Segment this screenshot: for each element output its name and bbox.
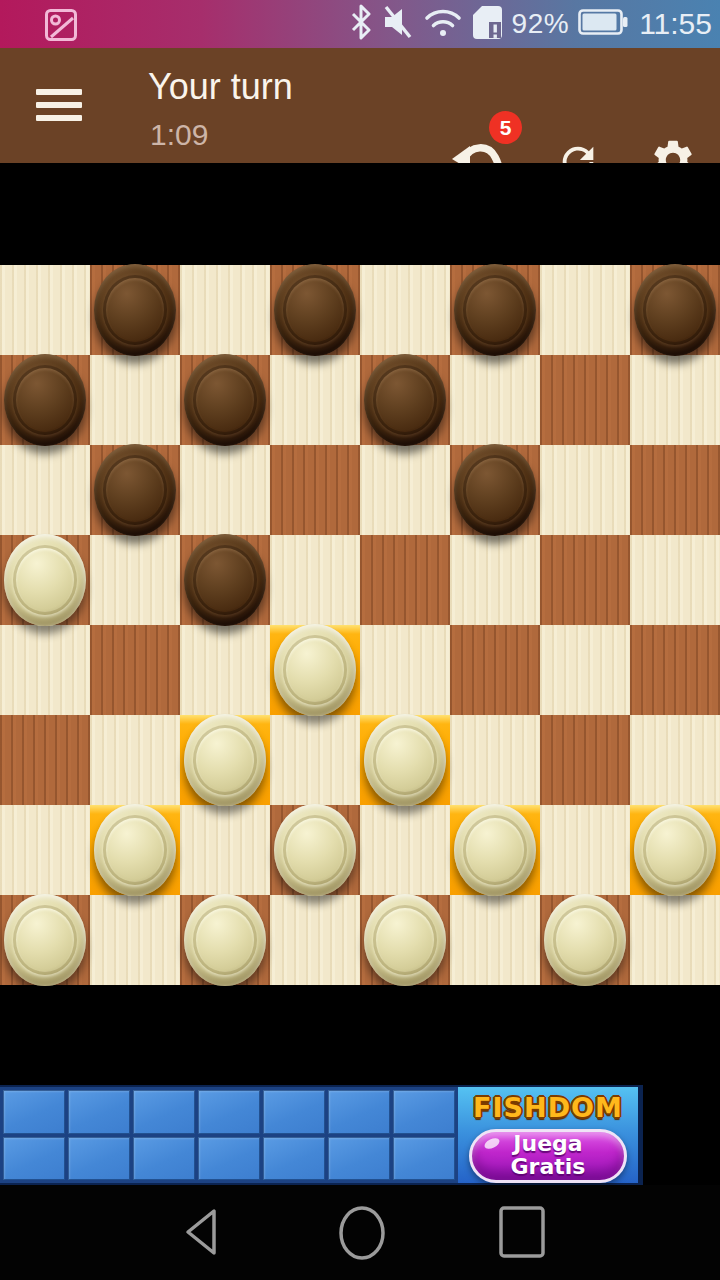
square-r2c6 — [450, 355, 540, 445]
square-r4c5[interactable] — [360, 535, 450, 625]
light-piece[interactable] — [274, 804, 356, 896]
ad-game-grid — [0, 1087, 458, 1183]
ad-right-panel: FISHDOM Juega Gratis — [458, 1087, 638, 1183]
android-nav-bar — [0, 1185, 720, 1280]
dark-piece[interactable] — [634, 264, 716, 356]
ad-banner[interactable]: FISHDOM Juega Gratis — [0, 1085, 643, 1185]
ad-grid-tile — [263, 1090, 325, 1134]
square-r8c4 — [270, 895, 360, 985]
square-r7c6[interactable] — [450, 805, 540, 895]
ad-grid-tile — [393, 1137, 455, 1181]
square-r2c7[interactable] — [540, 355, 630, 445]
board — [0, 265, 720, 985]
dark-piece[interactable] — [274, 264, 356, 356]
square-r5c1 — [0, 625, 90, 715]
square-r8c5[interactable] — [360, 895, 450, 985]
square-r2c4 — [270, 355, 360, 445]
square-r6c3[interactable] — [180, 715, 270, 805]
square-r5c5 — [360, 625, 450, 715]
ad-grid-tile — [263, 1137, 325, 1181]
bluetooth-icon — [349, 4, 373, 44]
ad-grid-tile — [328, 1090, 390, 1134]
light-piece[interactable] — [184, 894, 266, 986]
square-r2c1[interactable] — [0, 355, 90, 445]
square-r2c8 — [630, 355, 720, 445]
home-button[interactable] — [337, 1205, 387, 1265]
status-bar: 92% 11:55 — [0, 0, 720, 48]
square-r7c1 — [0, 805, 90, 895]
square-r1c4[interactable] — [270, 265, 360, 355]
square-r7c4[interactable] — [270, 805, 360, 895]
bottom-letterbox — [0, 985, 720, 1085]
square-r5c7 — [540, 625, 630, 715]
square-r7c8[interactable] — [630, 805, 720, 895]
square-r5c3 — [180, 625, 270, 715]
square-r6c7[interactable] — [540, 715, 630, 805]
square-r8c2 — [90, 895, 180, 985]
square-r1c7 — [540, 265, 630, 355]
ad-brand-logo: FISHDOM — [473, 1092, 623, 1123]
square-r3c8[interactable] — [630, 445, 720, 535]
light-piece[interactable] — [364, 894, 446, 986]
recents-icon — [498, 1205, 546, 1259]
square-r3c2[interactable] — [90, 445, 180, 535]
square-r3c6[interactable] — [450, 445, 540, 535]
dark-piece[interactable] — [94, 444, 176, 536]
square-r7c2[interactable] — [90, 805, 180, 895]
square-r6c1[interactable] — [0, 715, 90, 805]
top-letterbox — [0, 163, 720, 265]
sim-alert-icon — [472, 5, 503, 44]
light-piece[interactable] — [274, 624, 356, 716]
square-r7c5 — [360, 805, 450, 895]
dark-piece[interactable] — [454, 264, 536, 356]
phone-screen: 92% 11:55 Your turn 1:09 5 — [0, 0, 720, 1280]
square-r8c7[interactable] — [540, 895, 630, 985]
screenshot-icon — [44, 8, 78, 46]
square-r1c6[interactable] — [450, 265, 540, 355]
back-button[interactable] — [178, 1205, 232, 1263]
undo-count-badge: 5 — [489, 111, 522, 144]
square-r6c2 — [90, 715, 180, 805]
light-piece[interactable] — [184, 714, 266, 806]
square-r1c3 — [180, 265, 270, 355]
square-r5c6[interactable] — [450, 625, 540, 715]
dark-piece[interactable] — [184, 534, 266, 626]
ad-grid-tile — [68, 1137, 130, 1181]
ad-grid-tile — [3, 1090, 65, 1134]
square-r1c2[interactable] — [90, 265, 180, 355]
ad-grid-tile — [393, 1090, 455, 1134]
light-piece[interactable] — [364, 714, 446, 806]
dark-piece[interactable] — [184, 354, 266, 446]
recents-button[interactable] — [498, 1205, 546, 1263]
square-r5c2[interactable] — [90, 625, 180, 715]
app-bar: Your turn 1:09 5 — [0, 48, 720, 163]
square-r5c8[interactable] — [630, 625, 720, 715]
dark-piece[interactable] — [454, 444, 536, 536]
square-r2c5[interactable] — [360, 355, 450, 445]
square-r4c4 — [270, 535, 360, 625]
square-r6c4 — [270, 715, 360, 805]
light-piece[interactable] — [4, 894, 86, 986]
square-r4c3[interactable] — [180, 535, 270, 625]
ad-cta-line1: Juega — [513, 1133, 582, 1156]
square-r2c3[interactable] — [180, 355, 270, 445]
square-r6c5[interactable] — [360, 715, 450, 805]
dark-piece[interactable] — [364, 354, 446, 446]
square-r8c8 — [630, 895, 720, 985]
back-icon — [178, 1205, 232, 1259]
light-piece[interactable] — [94, 804, 176, 896]
ad-play-free-button[interactable]: Juega Gratis — [469, 1129, 627, 1183]
square-r4c8 — [630, 535, 720, 625]
square-r2c2 — [90, 355, 180, 445]
ad-grid-tile — [68, 1090, 130, 1134]
square-r1c8[interactable] — [630, 265, 720, 355]
dark-piece[interactable] — [4, 354, 86, 446]
square-r4c7[interactable] — [540, 535, 630, 625]
ad-grid-tile — [133, 1137, 195, 1181]
light-piece[interactable] — [544, 894, 626, 986]
square-r7c3 — [180, 805, 270, 895]
ad-grid-tile — [3, 1137, 65, 1181]
ad-grid-tile — [328, 1137, 390, 1181]
light-piece[interactable] — [4, 534, 86, 626]
battery-icon — [578, 9, 628, 39]
battery-percent: 92% — [512, 8, 570, 40]
square-r8c3[interactable] — [180, 895, 270, 985]
wifi-icon — [423, 6, 463, 42]
square-r4c1[interactable] — [0, 535, 90, 625]
square-r8c1[interactable] — [0, 895, 90, 985]
light-piece[interactable] — [454, 804, 536, 896]
ad-cta-line2: Gratis — [511, 1156, 586, 1179]
status-clock: 11:55 — [639, 7, 712, 41]
square-r3c3 — [180, 445, 270, 535]
square-r1c5 — [360, 265, 450, 355]
square-r3c4[interactable] — [270, 445, 360, 535]
menu-button[interactable] — [36, 89, 82, 121]
game-timer: 1:09 — [150, 118, 208, 152]
dark-piece[interactable] — [94, 264, 176, 356]
square-r3c5 — [360, 445, 450, 535]
square-r6c8 — [630, 715, 720, 805]
turn-status-title: Your turn — [148, 66, 293, 108]
square-r4c2 — [90, 535, 180, 625]
square-r3c1 — [0, 445, 90, 535]
light-piece[interactable] — [634, 804, 716, 896]
ad-grid-tile — [133, 1090, 195, 1134]
home-icon — [337, 1205, 387, 1261]
square-r8c6 — [450, 895, 540, 985]
square-r6c6 — [450, 715, 540, 805]
square-r5c4[interactable] — [270, 625, 360, 715]
ad-grid-tile — [198, 1090, 260, 1134]
square-r1c1 — [0, 265, 90, 355]
mute-icon — [382, 5, 414, 43]
ad-grid-tile — [198, 1137, 260, 1181]
square-r3c7 — [540, 445, 630, 535]
square-r4c6 — [450, 535, 540, 625]
square-r7c7 — [540, 805, 630, 895]
